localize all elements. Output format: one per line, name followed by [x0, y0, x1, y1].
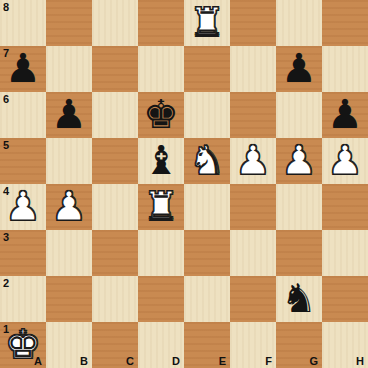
file-label-f: F — [265, 355, 272, 367]
square-a2[interactable]: 2 — [0, 276, 46, 322]
piece-white-knight: ♞ — [189, 137, 225, 183]
file-label-e: E — [219, 355, 226, 367]
square-d6[interactable]: ♚ — [138, 92, 184, 138]
square-e3[interactable] — [184, 230, 230, 276]
piece-black-knight: ♞ — [281, 275, 317, 321]
square-c6[interactable] — [92, 92, 138, 138]
piece-white-pawn: ♟ — [51, 183, 87, 229]
square-f8[interactable] — [230, 0, 276, 46]
square-h7[interactable] — [322, 46, 368, 92]
file-label-c: C — [126, 355, 134, 367]
square-h5[interactable]: ♟ — [322, 138, 368, 184]
piece-white-pawn: ♟ — [327, 137, 363, 183]
chess-board: 8♜♟7♟6♟♚♟5♝♞♟♟♟♟4♟♜32♞♚1ABCDEFGH — [0, 0, 368, 368]
piece-black-pawn: ♟ — [281, 45, 317, 91]
square-d7[interactable] — [138, 46, 184, 92]
square-g8[interactable] — [276, 0, 322, 46]
square-c2[interactable] — [92, 276, 138, 322]
piece-black-bishop: ♝ — [143, 137, 179, 183]
square-h2[interactable] — [322, 276, 368, 322]
square-d2[interactable] — [138, 276, 184, 322]
square-d4[interactable]: ♜ — [138, 184, 184, 230]
square-c3[interactable] — [92, 230, 138, 276]
square-g2[interactable]: ♞ — [276, 276, 322, 322]
file-label-d: D — [172, 355, 180, 367]
square-d8[interactable] — [138, 0, 184, 46]
square-g5[interactable]: ♟ — [276, 138, 322, 184]
square-e4[interactable] — [184, 184, 230, 230]
square-c5[interactable] — [92, 138, 138, 184]
square-e1[interactable]: E — [184, 322, 230, 368]
square-a8[interactable]: 8 — [0, 0, 46, 46]
piece-black-king: ♚ — [143, 91, 179, 137]
square-d1[interactable]: D — [138, 322, 184, 368]
square-e6[interactable] — [184, 92, 230, 138]
square-b6[interactable]: ♟ — [46, 92, 92, 138]
square-h1[interactable]: H — [322, 322, 368, 368]
square-g4[interactable] — [276, 184, 322, 230]
piece-black-pawn: ♟ — [51, 91, 87, 137]
square-h4[interactable] — [322, 184, 368, 230]
square-f4[interactable] — [230, 184, 276, 230]
piece-white-pawn: ♟ — [281, 137, 317, 183]
piece-white-pawn: ♟ — [235, 137, 271, 183]
rank-label-6: 6 — [3, 93, 9, 105]
square-e2[interactable] — [184, 276, 230, 322]
square-f7[interactable] — [230, 46, 276, 92]
square-g3[interactable] — [276, 230, 322, 276]
square-c8[interactable] — [92, 0, 138, 46]
square-a4[interactable]: ♟4 — [0, 184, 46, 230]
piece-white-rook: ♜ — [143, 183, 179, 229]
square-g6[interactable] — [276, 92, 322, 138]
piece-white-rook: ♜ — [189, 0, 225, 45]
rank-label-1: 1 — [3, 323, 9, 335]
square-f1[interactable]: F — [230, 322, 276, 368]
rank-label-8: 8 — [3, 1, 9, 13]
file-label-a: A — [34, 355, 42, 367]
square-g7[interactable]: ♟ — [276, 46, 322, 92]
square-b5[interactable] — [46, 138, 92, 184]
piece-black-pawn: ♟ — [5, 45, 41, 91]
square-b1[interactable]: B — [46, 322, 92, 368]
square-e5[interactable]: ♞ — [184, 138, 230, 184]
square-c1[interactable]: C — [92, 322, 138, 368]
square-a3[interactable]: 3 — [0, 230, 46, 276]
square-e7[interactable] — [184, 46, 230, 92]
rank-label-4: 4 — [3, 185, 9, 197]
square-b8[interactable] — [46, 0, 92, 46]
square-h8[interactable] — [322, 0, 368, 46]
square-d3[interactable] — [138, 230, 184, 276]
piece-black-pawn: ♟ — [327, 91, 363, 137]
rank-label-5: 5 — [3, 139, 9, 151]
square-d5[interactable]: ♝ — [138, 138, 184, 184]
square-b7[interactable] — [46, 46, 92, 92]
square-e8[interactable]: ♜ — [184, 0, 230, 46]
square-a5[interactable]: 5 — [0, 138, 46, 184]
square-b3[interactable] — [46, 230, 92, 276]
square-a1[interactable]: ♚1A — [0, 322, 46, 368]
square-h6[interactable]: ♟ — [322, 92, 368, 138]
square-b4[interactable]: ♟ — [46, 184, 92, 230]
file-label-g: G — [309, 355, 318, 367]
square-h3[interactable] — [322, 230, 368, 276]
rank-label-2: 2 — [3, 277, 9, 289]
square-c7[interactable] — [92, 46, 138, 92]
square-g1[interactable]: G — [276, 322, 322, 368]
file-label-b: B — [80, 355, 88, 367]
square-a7[interactable]: ♟7 — [0, 46, 46, 92]
piece-white-pawn: ♟ — [5, 183, 41, 229]
square-f2[interactable] — [230, 276, 276, 322]
file-label-h: H — [356, 355, 364, 367]
square-c4[interactable] — [92, 184, 138, 230]
square-b2[interactable] — [46, 276, 92, 322]
square-a6[interactable]: 6 — [0, 92, 46, 138]
rank-label-7: 7 — [3, 47, 9, 59]
rank-label-3: 3 — [3, 231, 9, 243]
square-f3[interactable] — [230, 230, 276, 276]
square-f6[interactable] — [230, 92, 276, 138]
square-f5[interactable]: ♟ — [230, 138, 276, 184]
